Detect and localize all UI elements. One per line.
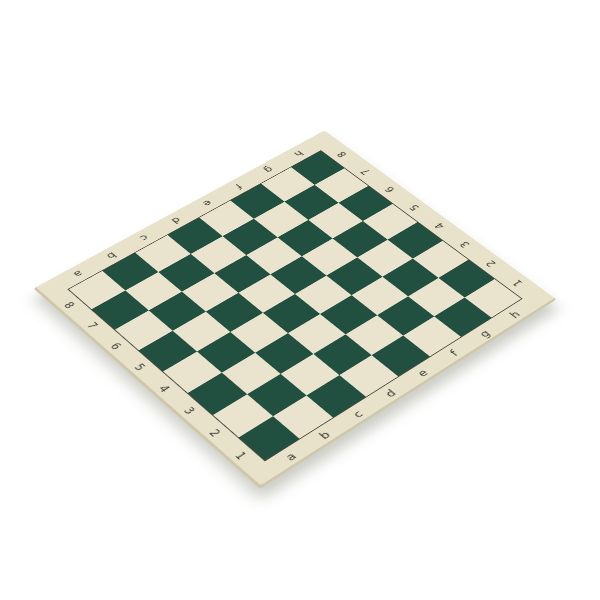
board-grid <box>69 151 521 460</box>
photo-background: abcdefgh abcdefgh 87654321 87654321 <box>0 0 600 600</box>
chess-board: abcdefgh abcdefgh 87654321 87654321 <box>77 106 513 482</box>
board-mat: abcdefgh abcdefgh 87654321 87654321 <box>33 130 556 488</box>
